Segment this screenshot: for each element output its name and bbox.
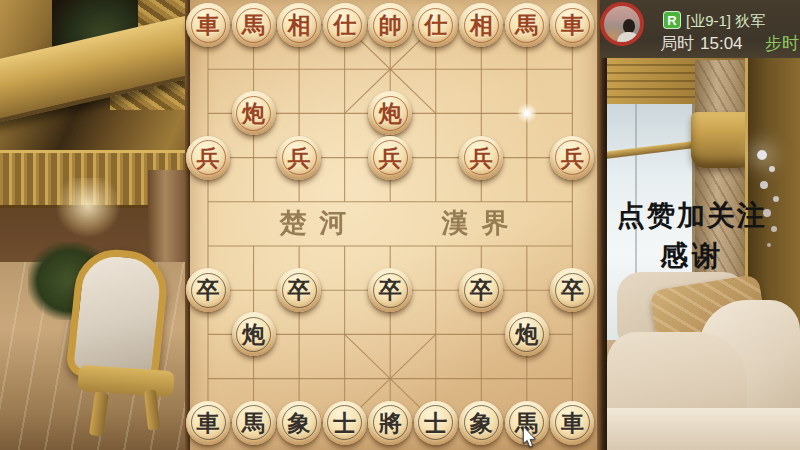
piece-black-炮[interactable]: 炮 (232, 312, 276, 356)
piece-red-兵[interactable]: 兵 (550, 136, 594, 180)
watermark-line1: 点赞加关注 (598, 197, 786, 235)
mouse-cursor-icon (522, 426, 537, 450)
piece-red-仕[interactable]: 仕 (323, 3, 367, 47)
avatar-person-head (623, 19, 635, 33)
piece-black-士[interactable]: 士 (414, 401, 458, 445)
sofa-front (607, 408, 800, 450)
piece-black-卒[interactable]: 卒 (277, 268, 321, 312)
board-grid-lines (185, 0, 607, 450)
piece-red-兵[interactable]: 兵 (459, 136, 503, 180)
piece-black-象[interactable]: 象 (459, 401, 503, 445)
piece-black-將[interactable]: 將 (368, 401, 412, 445)
background-left-room (0, 0, 186, 450)
streamer-avatar[interactable] (600, 2, 644, 46)
piece-red-相[interactable]: 相 (459, 3, 503, 47)
river-label-left: 楚河 (263, 204, 363, 242)
piece-red-兵[interactable]: 兵 (368, 136, 412, 180)
game-time-value: 15:04 (700, 34, 743, 53)
avatar-person-shirt (617, 32, 640, 46)
piece-red-相[interactable]: 相 (277, 3, 321, 47)
piece-red-兵[interactable]: 兵 (277, 136, 321, 180)
piece-red-仕[interactable]: 仕 (414, 3, 458, 47)
watermark-line2: 感谢 (598, 237, 786, 275)
gold-capital (691, 112, 753, 168)
piece-black-卒[interactable]: 卒 (186, 268, 230, 312)
piece-red-馬[interactable]: 馬 (505, 3, 549, 47)
piece-black-車[interactable]: 車 (550, 401, 594, 445)
stream-frame: 楚河 漢界 車馬相仕帥仕相馬車炮炮兵兵兵兵兵卒卒卒卒卒炮炮車馬象士將士象馬車✦ … (0, 0, 800, 450)
game-time: 局时15:04 (660, 32, 743, 55)
piece-black-象[interactable]: 象 (277, 401, 321, 445)
piece-black-馬[interactable]: 馬 (232, 401, 276, 445)
streamer-overlay: R [业9-1] 狄军 局时15:04 步时 (600, 0, 800, 58)
piece-red-馬[interactable]: 馬 (232, 3, 276, 47)
piece-black-車[interactable]: 車 (186, 401, 230, 445)
gilded-chair-back (65, 246, 170, 385)
xiangqi-board[interactable]: 楚河 漢界 車馬相仕帥仕相馬車炮炮兵兵兵兵兵卒卒卒卒卒炮炮車馬象士將士象馬車✦ (185, 0, 607, 450)
piece-red-炮[interactable]: 炮 (232, 91, 276, 135)
piece-black-士[interactable]: 士 (323, 401, 367, 445)
last-move-sparkle-icon: ✦ (517, 103, 537, 123)
piece-red-兵[interactable]: 兵 (186, 136, 230, 180)
piece-red-帥[interactable]: 帥 (368, 3, 412, 47)
move-time-label: 步时 (765, 32, 799, 55)
crystal-sconce (757, 150, 767, 160)
watermark: 点赞加关注 感谢 (598, 197, 786, 275)
player-name: [业9-1] 狄军 (686, 12, 765, 31)
piece-black-炮[interactable]: 炮 (505, 312, 549, 356)
piece-red-車[interactable]: 車 (186, 3, 230, 47)
chandelier-glow (55, 178, 121, 238)
game-time-label: 局时 (660, 34, 694, 53)
river-label-right: 漢界 (425, 204, 525, 242)
rank-badge-icon: R (663, 11, 681, 29)
